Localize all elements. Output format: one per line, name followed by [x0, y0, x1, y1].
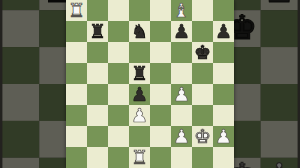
square-f1[interactable] — [171, 147, 192, 168]
white-rook-icon: ♜ — [68, 1, 85, 20]
square-c1[interactable] — [108, 147, 129, 168]
square-f3[interactable] — [171, 105, 192, 126]
square-g2[interactable]: ♚ — [192, 126, 213, 147]
square-b5[interactable] — [87, 63, 108, 84]
square-g4[interactable] — [192, 84, 213, 105]
white-pawn-icon: ♟ — [173, 85, 190, 104]
square-f2[interactable]: ♟ — [171, 126, 192, 147]
square-b6[interactable] — [87, 42, 108, 63]
square-a3 — [2, 121, 39, 158]
square-e7[interactable] — [150, 21, 171, 42]
square-c2[interactable] — [108, 126, 129, 147]
square-b4[interactable] — [87, 84, 108, 105]
square-h6[interactable] — [213, 42, 234, 63]
square-g8[interactable] — [192, 0, 213, 21]
square-b3[interactable] — [87, 105, 108, 126]
square-a6 — [2, 10, 39, 47]
square-g1[interactable] — [192, 147, 213, 168]
square-b7[interactable]: ♜ — [87, 21, 108, 42]
square-d2[interactable] — [129, 126, 150, 147]
square-a5[interactable] — [66, 63, 87, 84]
chess-board[interactable]: ♜♝♜♞♟♟♚♜♟♟♟♟♚♟♜ — [66, 0, 234, 168]
white-pawn-icon: ♟ — [264, 159, 294, 168]
white-rook-icon: ♜ — [131, 148, 148, 167]
square-h3[interactable] — [213, 105, 234, 126]
square-d8[interactable] — [129, 0, 150, 21]
square-d5[interactable]: ♜ — [129, 63, 150, 84]
square-e6[interactable] — [150, 42, 171, 63]
white-pawn-icon: ♟ — [173, 127, 190, 146]
black-pawn-icon: ♟ — [264, 0, 294, 8]
square-b1[interactable] — [87, 147, 108, 168]
white-pawn-icon: ♟ — [131, 106, 148, 125]
square-f6[interactable] — [171, 42, 192, 63]
square-d3[interactable]: ♟ — [129, 105, 150, 126]
square-b2[interactable] — [87, 126, 108, 147]
square-c3[interactable] — [108, 105, 129, 126]
square-e8[interactable] — [150, 0, 171, 21]
square-h2[interactable]: ♟ — [213, 126, 234, 147]
square-h6 — [261, 10, 298, 47]
square-c5[interactable] — [108, 63, 129, 84]
square-a2[interactable] — [66, 126, 87, 147]
square-h4[interactable] — [213, 84, 234, 105]
square-h1[interactable] — [213, 147, 234, 168]
white-bishop-icon: ♝ — [173, 1, 190, 20]
square-d7[interactable]: ♞ — [129, 21, 150, 42]
video-frame: ♜♝♜♞♟♟♚♜♟♟♟♟♚♟♜ ♜♝♜♞♟♟♚♜♟♟♟♟♚♟♜ — [0, 0, 300, 168]
square-a6[interactable] — [66, 42, 87, 63]
square-e2[interactable] — [150, 126, 171, 147]
square-a5 — [2, 47, 39, 84]
square-a4 — [2, 84, 39, 121]
square-g6[interactable]: ♚ — [192, 42, 213, 63]
square-h4 — [261, 84, 298, 121]
square-h7: ♟ — [261, 0, 298, 10]
white-king-icon: ♚ — [194, 127, 211, 146]
square-e5[interactable] — [150, 63, 171, 84]
black-king-icon: ♚ — [194, 43, 211, 62]
square-a7[interactable] — [66, 21, 87, 42]
square-a3[interactable] — [66, 105, 87, 126]
square-h5[interactable] — [213, 63, 234, 84]
square-g5[interactable] — [192, 63, 213, 84]
square-h8[interactable] — [213, 0, 234, 21]
square-e1[interactable] — [150, 147, 171, 168]
square-c8[interactable] — [108, 0, 129, 21]
square-d1[interactable]: ♜ — [129, 147, 150, 168]
square-h7[interactable]: ♟ — [213, 21, 234, 42]
black-pawn-icon: ♟ — [215, 22, 232, 41]
square-c7[interactable] — [108, 21, 129, 42]
black-knight-icon: ♞ — [131, 22, 148, 41]
square-e3[interactable] — [150, 105, 171, 126]
black-pawn-icon: ♟ — [131, 85, 148, 104]
square-h5 — [261, 47, 298, 84]
square-h3 — [261, 121, 298, 158]
square-e4[interactable] — [150, 84, 171, 105]
square-a4[interactable] — [66, 84, 87, 105]
square-b8[interactable] — [87, 0, 108, 21]
square-a1[interactable] — [66, 147, 87, 168]
square-d4[interactable]: ♟ — [129, 84, 150, 105]
white-pawn-icon: ♟ — [215, 127, 232, 146]
square-d6[interactable] — [129, 42, 150, 63]
square-c6[interactable] — [108, 42, 129, 63]
square-g7[interactable] — [192, 21, 213, 42]
square-f4[interactable]: ♟ — [171, 84, 192, 105]
black-pawn-icon: ♟ — [173, 22, 190, 41]
square-f7[interactable]: ♟ — [171, 21, 192, 42]
square-g3[interactable] — [192, 105, 213, 126]
square-h2: ♟ — [261, 158, 298, 168]
square-a2 — [2, 158, 39, 168]
square-a8[interactable]: ♜ — [66, 0, 87, 21]
black-rook-icon: ♜ — [89, 22, 106, 41]
square-c4[interactable] — [108, 84, 129, 105]
square-f5[interactable] — [171, 63, 192, 84]
square-f8[interactable]: ♝ — [171, 0, 192, 21]
square-a7 — [2, 0, 39, 10]
black-rook-icon: ♜ — [131, 64, 148, 83]
